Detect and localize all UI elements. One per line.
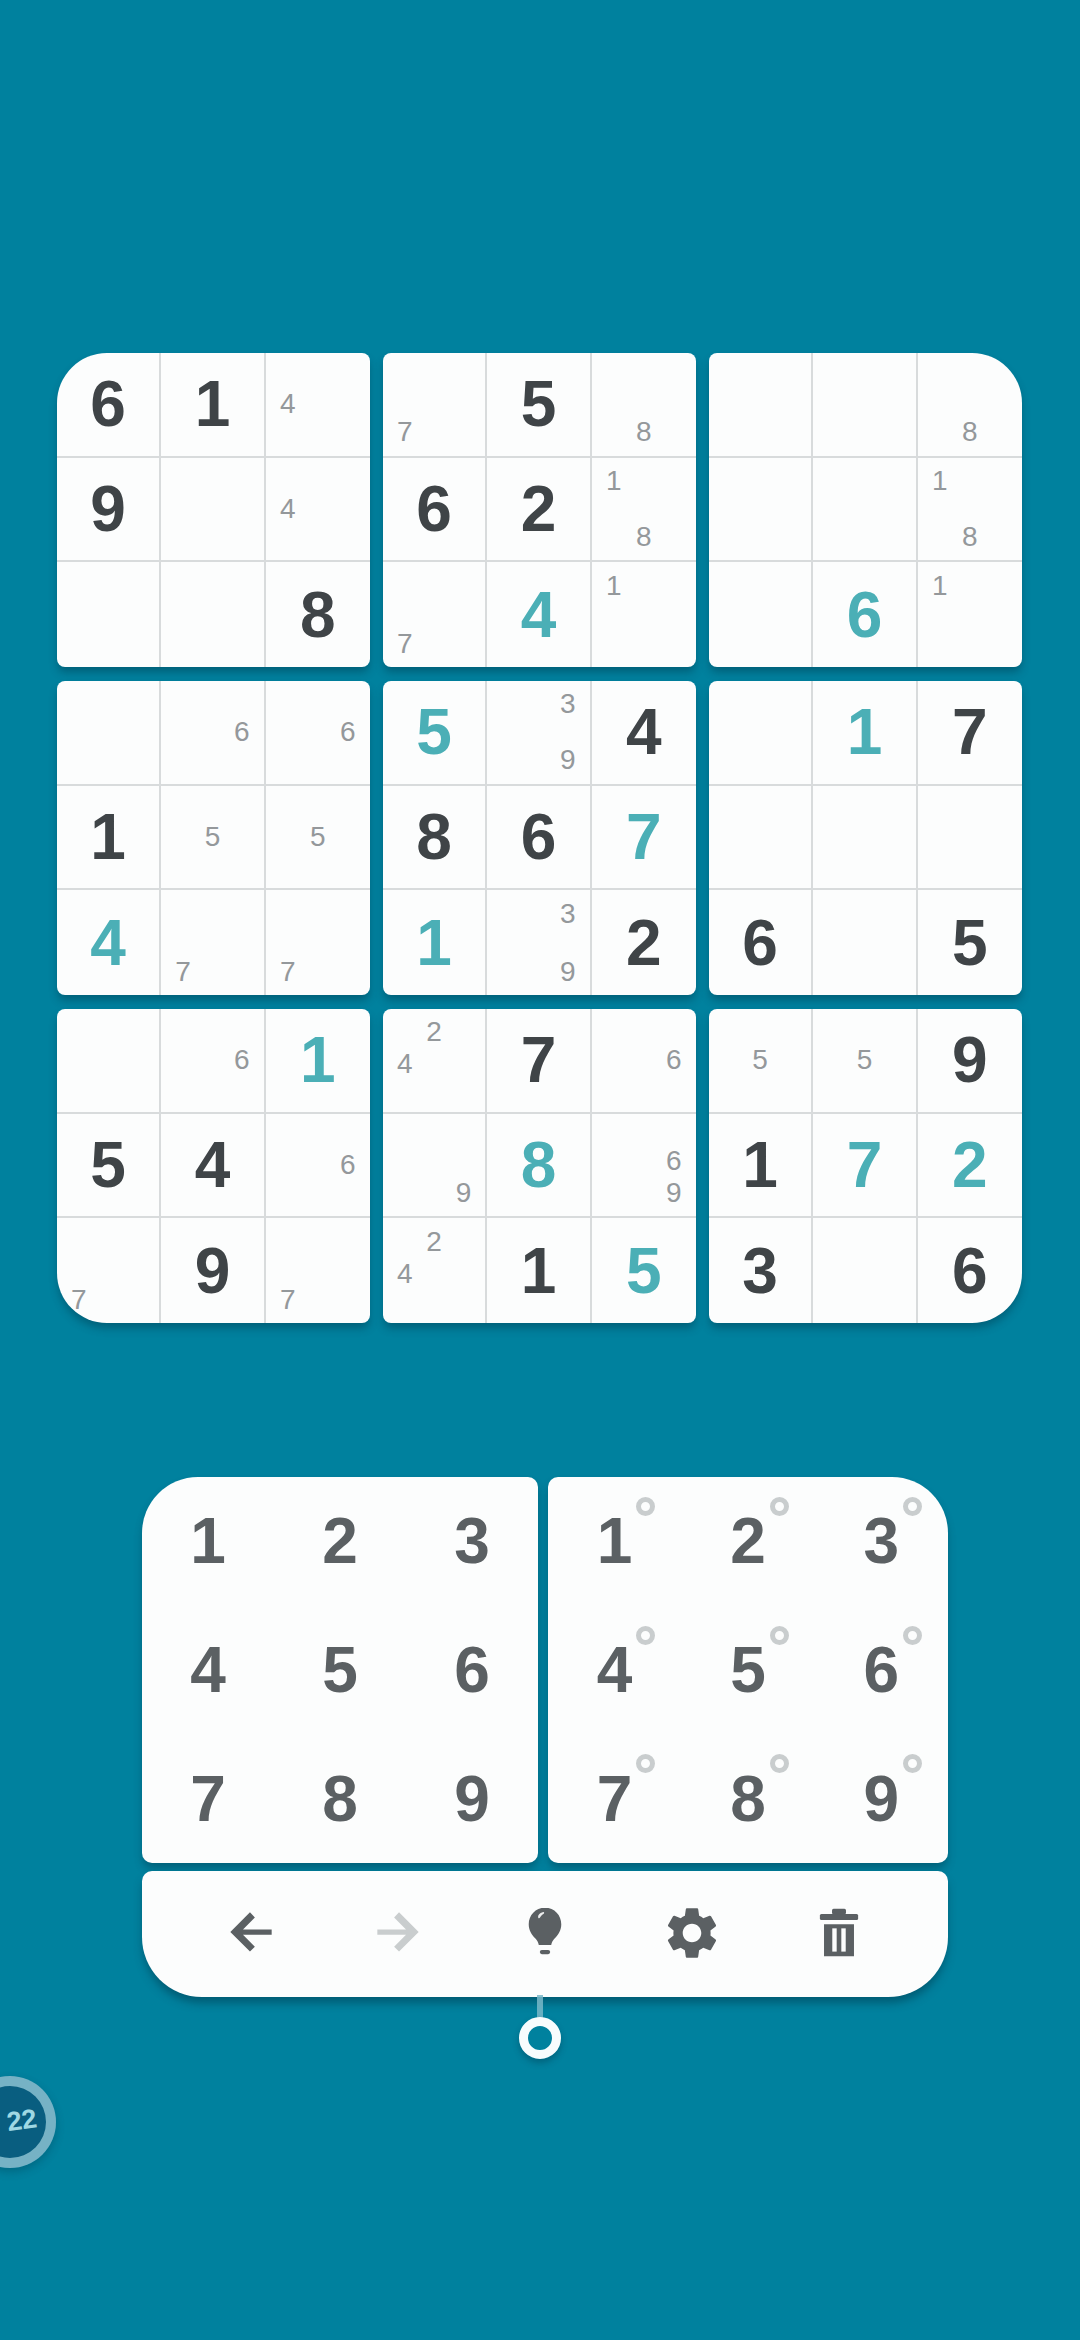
note-button-6[interactable]: 6 <box>815 1606 948 1735</box>
cell-r3c4[interactable]: 7 <box>383 562 487 667</box>
pencil-grid: 24 <box>390 1226 478 1316</box>
delete-button[interactable] <box>804 1899 874 1969</box>
cell-r8c2[interactable]: 4 <box>161 1114 265 1219</box>
pencil-grid: 7 <box>390 570 478 660</box>
given-digit: 6 <box>918 1218 1022 1323</box>
pencil-mark-8: 8 <box>955 521 985 553</box>
cell-r9c1[interactable]: 7 <box>57 1218 161 1323</box>
pencil-grid: 24 <box>390 1016 478 1104</box>
note-ring-icon <box>903 1754 922 1773</box>
pencil-mark-6: 6 <box>227 716 256 748</box>
toolbar <box>142 1871 948 1997</box>
pencil-mark-7: 7 <box>273 1284 303 1316</box>
note-button-8[interactable]: 8 <box>681 1734 814 1863</box>
user-digit: 5 <box>383 681 485 784</box>
numpad-notes: 123456789 <box>548 1477 948 1863</box>
cell-r8c7[interactable]: 1 <box>709 1114 813 1219</box>
pencil-mark-7: 7 <box>390 416 419 448</box>
cell-r4c8[interactable]: 1 <box>813 681 917 786</box>
cell-r1c9[interactable]: 8 <box>918 353 1022 458</box>
cell-r2c1[interactable]: 9 <box>57 458 161 563</box>
pencil-grid: 5 <box>820 1016 908 1104</box>
cell-r9c8[interactable] <box>813 1218 917 1323</box>
given-digit: 1 <box>487 1218 589 1323</box>
pencil-grid: 7 <box>273 1226 363 1316</box>
cell-r6c7[interactable]: 6 <box>709 890 813 995</box>
pencil-mark-2: 2 <box>419 1016 448 1048</box>
user-digit: 4 <box>487 562 589 667</box>
pencil-mark-6: 6 <box>659 1145 689 1177</box>
pencil-grid: 6 <box>273 1121 363 1209</box>
cell-r5c7[interactable] <box>709 786 813 891</box>
given-digit: 2 <box>592 890 696 995</box>
cell-r4c5[interactable]: 39 <box>487 681 591 786</box>
cell-r4c6[interactable]: 4 <box>592 681 696 786</box>
drag-handle[interactable] <box>519 2017 561 2059</box>
note-button-7[interactable]: 7 <box>548 1734 681 1863</box>
box-9: 55917236 <box>709 1009 1022 1323</box>
digit-button-5[interactable]: 5 <box>274 1606 406 1735</box>
cell-r1c4[interactable]: 7 <box>383 353 487 458</box>
cell-r2c2[interactable] <box>161 458 265 563</box>
cell-r5c4[interactable]: 8 <box>383 786 487 891</box>
cell-r7c5[interactable]: 7 <box>487 1009 591 1114</box>
pencil-grid: 7 <box>390 360 478 448</box>
user-digit: 5 <box>592 1218 696 1323</box>
digit-button-7[interactable]: 7 <box>142 1734 274 1863</box>
sudoku-app-screen: { "game": "sudoku", "position": "6100500… <box>0 0 1080 2340</box>
cell-r5c8[interactable] <box>813 786 917 891</box>
corner-count-badge[interactable]: 22 <box>0 2076 56 2168</box>
cell-r4c4[interactable]: 5 <box>383 681 487 786</box>
pencil-grid: 6 <box>599 1016 689 1104</box>
cell-r7c2[interactable]: 6 <box>161 1009 265 1114</box>
cell-r3c3[interactable]: 8 <box>266 562 370 667</box>
pencil-grid: 4 <box>273 360 363 448</box>
cell-r7c4[interactable]: 24 <box>383 1009 487 1114</box>
pencil-grid: 6 <box>168 1016 256 1104</box>
note-button-1[interactable]: 1 <box>548 1477 681 1606</box>
cell-r2c7[interactable] <box>709 458 813 563</box>
trash-icon <box>808 1902 870 1967</box>
given-digit: 6 <box>709 890 811 995</box>
cell-r5c5[interactable]: 6 <box>487 786 591 891</box>
cell-r1c8[interactable] <box>813 353 917 458</box>
pencil-mark-1: 1 <box>599 465 629 497</box>
pencil-mark-7: 7 <box>273 956 303 988</box>
digit-button-2[interactable]: 2 <box>274 1477 406 1606</box>
pencil-grid: 18 <box>599 465 689 553</box>
given-digit: 5 <box>57 1114 159 1217</box>
note-ring-icon <box>770 1754 789 1773</box>
cell-r6c9[interactable]: 5 <box>918 890 1022 995</box>
box-1: 614948 <box>57 353 370 667</box>
note-button-4[interactable]: 4 <box>548 1606 681 1735</box>
cell-r4c7[interactable] <box>709 681 813 786</box>
note-ring-icon <box>636 1497 655 1516</box>
pencil-grid: 7 <box>64 1226 152 1316</box>
cell-r6c2[interactable]: 7 <box>161 890 265 995</box>
pencil-grid: 18 <box>925 465 1015 553</box>
cell-r9c9[interactable]: 6 <box>918 1218 1022 1323</box>
cell-r9c6[interactable]: 5 <box>592 1218 696 1323</box>
pencil-mark-5: 5 <box>303 821 333 853</box>
pencil-mark-6: 6 <box>333 716 363 748</box>
given-digit: 6 <box>487 786 589 889</box>
note-ring-icon <box>903 1626 922 1645</box>
cell-r7c8[interactable]: 5 <box>813 1009 917 1114</box>
numpad-normal: 123456789 <box>142 1477 538 1863</box>
cell-r5c2[interactable]: 5 <box>161 786 265 891</box>
given-digit: 5 <box>487 353 589 456</box>
given-digit: 7 <box>487 1009 589 1112</box>
cell-r2c3[interactable]: 4 <box>266 458 370 563</box>
pencil-grid: 6 <box>168 688 256 776</box>
pencil-grid: 9 <box>390 1121 478 1209</box>
redo-button[interactable] <box>363 1899 433 1969</box>
pencil-grid: 7 <box>273 898 363 988</box>
cell-r4c3[interactable]: 6 <box>266 681 370 786</box>
pencil-grid: 7 <box>168 898 256 988</box>
pencil-mark-4: 4 <box>273 493 303 525</box>
cell-r3c8[interactable]: 6 <box>813 562 917 667</box>
cell-r1c7[interactable] <box>709 353 813 458</box>
pencil-mark-7: 7 <box>168 956 197 988</box>
pencil-grid: 69 <box>599 1121 689 1209</box>
cell-r8c3[interactable]: 6 <box>266 1114 370 1219</box>
pencil-mark-8: 8 <box>629 521 659 553</box>
pencil-mark-6: 6 <box>227 1044 256 1076</box>
pencil-mark-8: 8 <box>955 416 985 448</box>
cell-r4c1[interactable] <box>57 681 161 786</box>
note-ring-icon <box>770 1626 789 1645</box>
cell-r9c3[interactable]: 7 <box>266 1218 370 1323</box>
cell-r2c9[interactable]: 18 <box>918 458 1022 563</box>
cell-r5c6[interactable]: 7 <box>592 786 696 891</box>
digit-button-9[interactable]: 9 <box>406 1734 538 1863</box>
digit-button-6[interactable]: 6 <box>406 1606 538 1735</box>
badge-label: 22 <box>0 2103 39 2141</box>
pencil-grid: 8 <box>925 360 1015 448</box>
pencil-grid: 4 <box>273 465 363 553</box>
pencil-mark-3: 3 <box>553 688 582 720</box>
pencil-mark-5: 5 <box>745 1044 774 1076</box>
cell-r6c4[interactable]: 1 <box>383 890 487 995</box>
pencil-grid: 39 <box>494 688 582 776</box>
digit-button-3[interactable]: 3 <box>406 1477 538 1606</box>
user-digit: 1 <box>813 681 915 784</box>
pencil-mark-1: 1 <box>599 570 629 602</box>
given-digit: 9 <box>57 458 159 561</box>
sudoku-board: 6149487586218741818616615547753948671392… <box>57 353 1023 1323</box>
pencil-mark-3: 3 <box>553 898 582 930</box>
box-5: 53948671392 <box>383 681 696 995</box>
note-button-5[interactable]: 5 <box>681 1606 814 1735</box>
given-digit: 1 <box>57 786 159 889</box>
cell-r8c5[interactable]: 8 <box>487 1114 591 1219</box>
cell-r6c8[interactable] <box>813 890 917 995</box>
cell-r2c8[interactable] <box>813 458 917 563</box>
cell-r2c4[interactable]: 6 <box>383 458 487 563</box>
cell-r6c3[interactable]: 7 <box>266 890 370 995</box>
cell-r1c6[interactable]: 8 <box>592 353 696 458</box>
note-ring-icon <box>636 1754 655 1773</box>
pencil-mark-9: 9 <box>449 1177 478 1209</box>
cell-r7c1[interactable] <box>57 1009 161 1114</box>
given-digit: 4 <box>161 1114 263 1217</box>
given-digit: 5 <box>918 890 1022 995</box>
pencil-mark-6: 6 <box>659 1044 689 1076</box>
hint-button[interactable] <box>510 1899 580 1969</box>
cell-r5c1[interactable]: 1 <box>57 786 161 891</box>
pencil-mark-4: 4 <box>390 1258 419 1290</box>
cell-r4c2[interactable]: 6 <box>161 681 265 786</box>
user-digit: 6 <box>813 562 915 667</box>
gear-icon <box>661 1902 723 1967</box>
pencil-mark-5: 5 <box>198 821 227 853</box>
pencil-mark-5: 5 <box>850 1044 879 1076</box>
cell-r3c2[interactable] <box>161 562 265 667</box>
digit-button-1[interactable]: 1 <box>142 1477 274 1606</box>
pencil-mark-9: 9 <box>659 1177 689 1209</box>
cell-r8c6[interactable]: 69 <box>592 1114 696 1219</box>
box-2: 7586218741 <box>383 353 696 667</box>
user-digit: 2 <box>918 1114 1022 1217</box>
cell-r8c1[interactable]: 5 <box>57 1114 161 1219</box>
cell-r4c9[interactable]: 7 <box>918 681 1022 786</box>
user-digit: 7 <box>592 786 696 889</box>
pencil-grid: 5 <box>273 793 363 881</box>
box-7: 61546797 <box>57 1009 370 1323</box>
given-digit: 8 <box>266 562 370 667</box>
note-button-3[interactable]: 3 <box>815 1477 948 1606</box>
cell-r9c4[interactable]: 24 <box>383 1218 487 1323</box>
cell-r9c5[interactable]: 1 <box>487 1218 591 1323</box>
cell-r7c9[interactable]: 9 <box>918 1009 1022 1114</box>
pencil-mark-4: 4 <box>273 388 303 420</box>
pencil-mark-2: 2 <box>419 1226 448 1258</box>
cell-r9c2[interactable]: 9 <box>161 1218 265 1323</box>
cell-r3c9[interactable]: 1 <box>918 562 1022 667</box>
given-digit: 9 <box>918 1009 1022 1112</box>
given-digit: 1 <box>709 1114 811 1217</box>
note-ring-icon <box>770 1497 789 1516</box>
undo-button[interactable] <box>216 1899 286 1969</box>
pencil-mark-9: 9 <box>553 744 582 776</box>
cell-r1c1[interactable]: 6 <box>57 353 161 458</box>
pencil-grid: 5 <box>716 1016 804 1104</box>
given-digit: 6 <box>57 353 159 456</box>
redo-arrow-icon <box>367 1902 429 1967</box>
digit-button-8[interactable]: 8 <box>274 1734 406 1863</box>
given-digit: 1 <box>161 353 263 456</box>
cell-r8c8[interactable]: 7 <box>813 1114 917 1219</box>
cell-r7c7[interactable]: 5 <box>709 1009 813 1114</box>
cell-r1c2[interactable]: 1 <box>161 353 265 458</box>
cell-r6c6[interactable]: 2 <box>592 890 696 995</box>
note-button-2[interactable]: 2 <box>681 1477 814 1606</box>
cell-r2c5[interactable]: 2 <box>487 458 591 563</box>
cell-r1c5[interactable]: 5 <box>487 353 591 458</box>
cell-r5c9[interactable] <box>918 786 1022 891</box>
cell-r6c1[interactable]: 4 <box>57 890 161 995</box>
user-digit: 7 <box>813 1114 915 1217</box>
cell-r6c5[interactable]: 39 <box>487 890 591 995</box>
pencil-grid: 39 <box>494 898 582 988</box>
cell-r3c1[interactable] <box>57 562 161 667</box>
given-digit: 8 <box>383 786 485 889</box>
box-8: 247698692415 <box>383 1009 696 1323</box>
given-digit: 3 <box>709 1218 811 1323</box>
cell-r7c6[interactable]: 6 <box>592 1009 696 1114</box>
cell-r1c3[interactable]: 4 <box>266 353 370 458</box>
cell-r2c6[interactable]: 18 <box>592 458 696 563</box>
pencil-mark-7: 7 <box>64 1284 93 1316</box>
cell-r9c7[interactable]: 3 <box>709 1218 813 1323</box>
pencil-mark-1: 1 <box>925 570 955 602</box>
user-digit: 1 <box>266 1009 370 1112</box>
pencil-mark-9: 9 <box>553 956 582 988</box>
pencil-mark-1: 1 <box>925 465 955 497</box>
note-ring-icon <box>903 1497 922 1516</box>
pencil-grid: 1 <box>599 570 689 660</box>
user-digit: 4 <box>57 890 159 995</box>
pencil-grid: 1 <box>925 570 1015 660</box>
box-3: 81861 <box>709 353 1022 667</box>
pencil-grid: 5 <box>168 793 256 881</box>
undo-arrow-icon <box>220 1902 282 1967</box>
given-digit: 4 <box>592 681 696 784</box>
pencil-grid: 8 <box>599 360 689 448</box>
pencil-mark-7: 7 <box>390 628 419 660</box>
given-digit: 7 <box>918 681 1022 784</box>
cell-r3c5[interactable]: 4 <box>487 562 591 667</box>
given-digit: 9 <box>161 1218 263 1323</box>
cell-r7c3[interactable]: 1 <box>266 1009 370 1114</box>
pencil-grid: 6 <box>273 688 363 776</box>
box-6: 1765 <box>709 681 1022 995</box>
user-digit: 1 <box>383 890 485 995</box>
digit-button-4[interactable]: 4 <box>142 1606 274 1735</box>
note-ring-icon <box>636 1626 655 1645</box>
given-digit: 6 <box>383 458 485 561</box>
settings-button[interactable] <box>657 1899 727 1969</box>
user-digit: 8 <box>487 1114 589 1217</box>
pencil-mark-4: 4 <box>390 1048 419 1080</box>
given-digit: 2 <box>487 458 589 561</box>
box-4: 66155477 <box>57 681 370 995</box>
cell-r5c3[interactable]: 5 <box>266 786 370 891</box>
cell-r8c4[interactable]: 9 <box>383 1114 487 1219</box>
cell-r3c7[interactable] <box>709 562 813 667</box>
pencil-mark-8: 8 <box>629 416 659 448</box>
note-button-9[interactable]: 9 <box>815 1734 948 1863</box>
cell-r3c6[interactable]: 1 <box>592 562 696 667</box>
lightbulb-icon <box>514 1902 576 1967</box>
cell-r8c9[interactable]: 2 <box>918 1114 1022 1219</box>
pencil-mark-6: 6 <box>333 1149 363 1181</box>
